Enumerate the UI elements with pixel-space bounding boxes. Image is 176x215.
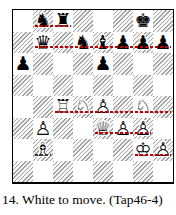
piece-glyph: ♙ [94,97,111,116]
square-h7: ♟ [153,32,173,54]
chess-board: ♞♜♚♛♞♝♟♟♟♟♟♜♖♞♘♟♙♞♘♟♙♛♕♟♙♟♙♝♗♚♔♟♙ [12,9,174,184]
piece-glyph: ♟ [154,33,171,52]
white-pawn-e4: ♟♙ [93,96,113,118]
square-d6 [73,53,93,75]
piece-glyph: ♙ [114,119,131,138]
piece-glyph: ♖ [54,97,71,116]
piece-glyph: ♞ [74,33,91,52]
piece-glyph: ♘ [74,97,91,116]
square-g7: ♟ [133,32,153,54]
square-g6 [133,53,153,75]
square-c7 [53,32,73,54]
square-a7 [13,32,33,54]
square-h8 [153,10,173,32]
square-h5 [153,75,173,97]
square-e1 [93,161,113,183]
square-b7: ♛ [33,32,53,54]
white-rook-c4: ♜♖ [53,96,73,118]
square-e8 [93,10,113,32]
white-king-g2: ♚♔ [133,139,153,161]
piece-glyph: ♔ [134,140,151,159]
diagram-caption: 14. White to move. (Tap46-4) [2,192,163,208]
square-d5 [73,75,93,97]
square-h1 [153,161,173,183]
square-h6 [153,53,173,75]
piece-glyph: ♞ [34,11,51,30]
black-bishop-e7: ♝ [93,32,113,54]
black-knight-d7: ♞ [73,32,93,54]
dash-b2 [35,154,51,156]
white-knight-d4: ♞♘ [73,96,93,118]
page: ♞♜♚♛♞♝♟♟♟♟♟♜♖♞♘♟♙♞♘♟♙♛♕♟♙♟♙♝♗♚♔♟♙ 14. Wh… [0,0,176,215]
square-g2: ♚♔ [133,139,153,161]
square-f2 [113,139,133,161]
white-pawn-f3: ♟♙ [113,118,133,140]
square-b6 [33,53,53,75]
square-f4 [113,96,133,118]
square-a2 [13,139,33,161]
square-f3: ♟♙ [113,118,133,140]
square-e6: ♟ [93,53,113,75]
square-a6: ♟ [13,53,33,75]
piece-glyph: ♝ [94,33,111,52]
square-d2 [73,139,93,161]
squiggle-rank4 [55,111,171,113]
square-e7: ♝ [93,32,113,54]
piece-glyph: ♟ [134,33,151,52]
black-queen-b7: ♛ [33,32,53,54]
square-c4: ♜♖ [53,96,73,118]
piece-glyph: ♟ [114,33,131,52]
piece-glyph: ♚ [134,11,151,30]
squiggle-rank8 [35,25,71,27]
square-e3: ♛♕ [93,118,113,140]
square-g3: ♟♙ [133,118,153,140]
black-pawn-a6: ♟ [13,53,33,75]
white-queen-e3: ♛♕ [93,118,113,140]
white-pawn-g3: ♟♙ [133,118,153,140]
square-e5 [93,75,113,97]
white-pawn-b3: ♟♙ [33,118,53,140]
piece-glyph: ♙ [34,119,51,138]
piece-glyph: ♟ [14,54,31,73]
square-b2: ♝♗ [33,139,53,161]
square-f8 [113,10,133,32]
square-h4 [153,96,173,118]
square-f6 [113,53,133,75]
square-g4: ♞♘ [133,96,153,118]
square-b3: ♟♙ [33,118,53,140]
white-pawn-h2: ♟♙ [153,139,173,161]
piece-glyph: ♜ [54,11,71,30]
square-d3 [73,118,93,140]
piece-glyph: ♗ [34,140,51,159]
square-f7: ♟ [113,32,133,54]
black-pawn-e6: ♟ [93,53,113,75]
black-pawn-h7: ♟ [153,32,173,54]
square-c2 [53,139,73,161]
square-a4 [13,96,33,118]
square-a5 [13,75,33,97]
white-knight-g4: ♞♘ [133,96,153,118]
black-rook-c8: ♜ [53,10,73,32]
piece-glyph: ♕ [94,119,111,138]
square-h3 [153,118,173,140]
square-c5 [53,75,73,97]
square-b8: ♞ [33,10,53,32]
square-f5 [113,75,133,97]
square-b5 [33,75,53,97]
square-e4: ♟♙ [93,96,113,118]
square-h2: ♟♙ [153,139,173,161]
piece-glyph: ♙ [134,119,151,138]
squiggle-rank3 [95,132,151,134]
square-c3 [53,118,73,140]
square-a3 [13,118,33,140]
black-king-g8: ♚ [133,10,153,32]
square-d4: ♞♘ [73,96,93,118]
square-c1 [53,161,73,183]
square-d8 [73,10,93,32]
black-knight-b8: ♞ [33,10,53,32]
square-a1 [13,161,33,183]
squiggle-rank7 [35,46,171,48]
square-e2 [93,139,113,161]
black-pawn-f7: ♟ [113,32,133,54]
white-bishop-b2: ♝♗ [33,139,53,161]
square-b1 [33,161,53,183]
square-g5 [133,75,153,97]
black-pawn-g7: ♟ [133,32,153,54]
square-d1 [73,161,93,183]
piece-glyph: ♘ [134,97,151,116]
square-c8: ♜ [53,10,73,32]
square-g1 [133,161,153,183]
piece-glyph: ♛ [34,33,51,52]
square-d7: ♞ [73,32,93,54]
squiggle-rank2 [135,154,171,156]
square-c6 [53,53,73,75]
square-g8: ♚ [133,10,153,32]
square-a8 [13,10,33,32]
square-b4 [33,96,53,118]
piece-glyph: ♟ [94,54,111,73]
piece-glyph: ♙ [154,140,171,159]
square-f1 [113,161,133,183]
